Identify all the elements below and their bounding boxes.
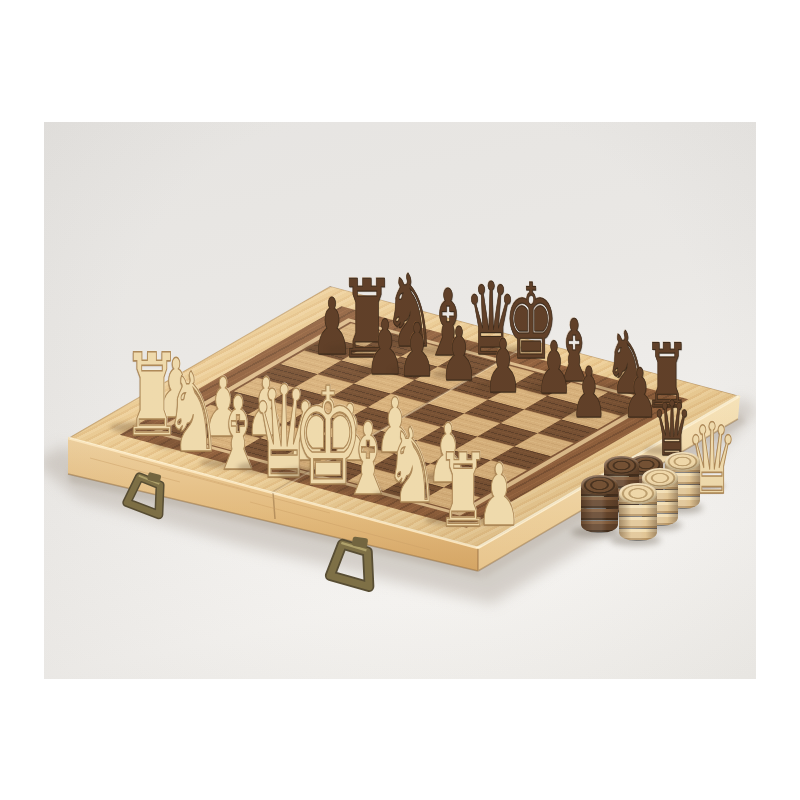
chess-piece-white-pawn: ♟ (202, 368, 330, 448)
piece-shadow (110, 422, 167, 433)
scene: ♞♟♛♜♝♚♟♟♟♝♟♞♟♜♟♟♟♜♟♟♞♟♛♟♟♝♛♚♟♛♝♞♟♜ (44, 122, 756, 679)
chess-piece-dark-rook: ♜ (603, 333, 731, 421)
piece-shadow (615, 408, 649, 417)
chess-piece-dark-queen: ♛ (427, 270, 555, 370)
piece-shadow (374, 490, 426, 500)
checkers-stack-light (619, 483, 657, 552)
chess-piece-dark-king: ♚ (467, 270, 595, 374)
chess-piece-white-knight: ♞ (348, 414, 476, 518)
piece-shadow (634, 397, 678, 406)
checker-disc-top (604, 456, 639, 475)
chess-piece-dark-pawn: ♟ (268, 288, 396, 366)
piece-shadow (373, 335, 423, 345)
piece-shadow (321, 450, 360, 459)
chess-piece-dark-pawn: ♟ (490, 332, 618, 404)
piece-shadow (327, 344, 381, 355)
chess-piece-dark-pawn: ♟ (576, 360, 704, 428)
chess-piece-white-rook: ♜ (88, 339, 216, 453)
object-layer: ♞♟♛♜♝♚♟♟♟♝♟♞♟♜♟♟♟♜♟♟♞♟♛♟♟♝♛♚♟♛♝♞♟♜ (44, 122, 756, 679)
photo-backdrop: ♞♟♛♜♝♚♟♟♟♝♟♞♟♜♟♟♟♜♟♟♞♟♛♟♟♝♛♚♟♛♝♞♟♜ (44, 122, 756, 679)
piece-shadow (152, 438, 207, 449)
product-photo: ♞♟♛♜♝♚♟♟♟♝♟♞♟♜♟♟♟♜♟♟♞♟♛♟♟♝♛♚♟♛♝♞♟♜ (0, 0, 800, 800)
piece-shadow (390, 366, 427, 375)
piece-shadow (236, 426, 276, 435)
checker-disc-top (619, 483, 657, 504)
piece-shadow (418, 473, 459, 482)
piece-shadow (193, 427, 234, 436)
piece-shadow (476, 382, 513, 391)
chess-piece-white-pawn: ♟ (384, 413, 512, 495)
piece-shadow (493, 346, 545, 356)
chess-piece-white-pawn: ♟ (435, 452, 563, 538)
piece-shadow (432, 370, 469, 379)
checkers-stack-dark (581, 475, 618, 543)
chess-piece-dark-pawn: ♟ (525, 358, 653, 428)
piece-shadow (278, 467, 346, 481)
piece-shadow (595, 383, 638, 392)
chess-piece-dark-knight: ♞ (563, 320, 691, 406)
checker-disc-top (581, 475, 618, 495)
piece-shadow (146, 408, 187, 417)
piece-shadow (425, 515, 476, 525)
chess-piece-dark-rook: ♜ (303, 266, 431, 374)
piece-shadow (563, 408, 598, 417)
piece-shadow (542, 371, 585, 380)
piece-shadow (367, 443, 405, 452)
chess-piece-white-pawn: ♟ (286, 394, 414, 472)
piece-shadow (331, 483, 381, 493)
chess-piece-white-pawn: ♟ (112, 348, 240, 430)
piece-shadow (277, 451, 317, 460)
piece-shadow (527, 384, 563, 393)
chess-piece-dark-bishop: ♝ (384, 278, 512, 370)
piece-shadow (414, 346, 460, 355)
